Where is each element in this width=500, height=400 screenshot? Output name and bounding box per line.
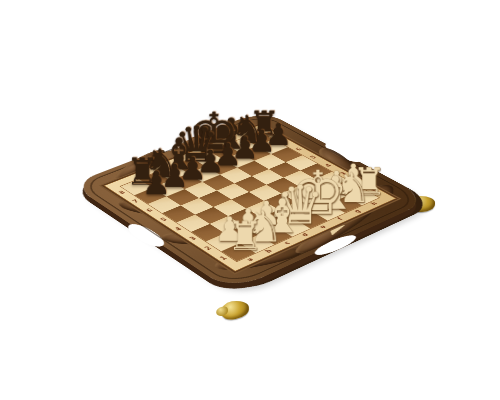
product-photo-stage: ♜♞♝♛♚♝♞♜♟♟♟♟♟♟♟♟♟♟♟♟♟♟♟♟♜♞♝♛♚♝♞♜ abcdefg… — [0, 0, 500, 400]
rank-label-west-6: 6 — [145, 208, 154, 213]
coordinate-band: ♜♞♝♛♚♝♞♜♟♟♟♟♟♟♟♟♟♟♟♟♟♟♟♟♜♞♝♛♚♝♞♜ abcdefg… — [104, 124, 397, 271]
rank-label-west-8: 8 — [118, 190, 127, 195]
rank-label-west-5: 5 — [160, 217, 170, 222]
rank-label-west-2: 2 — [204, 246, 214, 252]
file-label-h: h — [370, 201, 380, 206]
file-label-c: c — [283, 241, 292, 246]
rank-label-west-1: 1 — [219, 256, 229, 262]
chess-board-case: ♜♞♝♛♚♝♞♜♟♟♟♟♟♟♟♟♟♟♟♟♟♟♟♟♜♞♝♛♚♝♞♜ abcdefg… — [71, 110, 431, 292]
rank-label-west-4: 4 — [174, 227, 184, 232]
piece-black-pawn[interactable]: ♟ — [142, 168, 171, 200]
brass-foot-front — [220, 299, 250, 321]
file-label-a: a — [246, 257, 256, 263]
piece-white-rook[interactable]: ♜ — [227, 217, 262, 257]
rank-label-west-3: 3 — [189, 236, 199, 241]
